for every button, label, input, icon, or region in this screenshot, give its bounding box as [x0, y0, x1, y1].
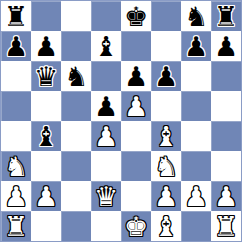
white-pawn-g2[interactable]: ♟: [184, 183, 208, 210]
square-d3[interactable]: [91, 151, 121, 181]
square-d2[interactable]: ♛: [91, 181, 121, 211]
square-b8[interactable]: [31, 1, 61, 31]
black-knight-g8[interactable]: ♞: [184, 3, 208, 30]
white-bishop-f1[interactable]: ♝: [154, 213, 178, 240]
black-pawn-g7[interactable]: ♟: [184, 33, 208, 60]
square-g2[interactable]: ♟: [181, 181, 211, 211]
black-pawn-d5[interactable]: ♟: [94, 93, 118, 120]
square-h2[interactable]: ♟: [211, 181, 241, 211]
square-e8[interactable]: ♚: [121, 1, 151, 31]
black-bishop-b4[interactable]: ♝: [34, 123, 58, 150]
square-h8[interactable]: ♜: [211, 1, 241, 31]
square-c2[interactable]: [61, 181, 91, 211]
square-f8[interactable]: [151, 1, 181, 31]
square-a6[interactable]: [1, 61, 31, 91]
square-b2[interactable]: ♟: [31, 181, 61, 211]
square-g7[interactable]: ♟: [181, 31, 211, 61]
square-f1[interactable]: ♝: [151, 211, 181, 241]
square-c4[interactable]: [61, 121, 91, 151]
square-e7[interactable]: [121, 31, 151, 61]
black-pawn-h7[interactable]: ♟: [214, 33, 238, 60]
square-c3[interactable]: [61, 151, 91, 181]
chess-board: ♜♚♞♜♟♟♝♟♟♛♞♟♟♟♟♝♟♝♞♞♟♟♛♟♟♟♜♚♝♜: [0, 0, 242, 242]
square-a7[interactable]: ♟: [1, 31, 31, 61]
square-f3[interactable]: ♞: [151, 151, 181, 181]
black-pawn-b7[interactable]: ♟: [34, 33, 58, 60]
square-a4[interactable]: [1, 121, 31, 151]
square-g1[interactable]: [181, 211, 211, 241]
square-d1[interactable]: [91, 211, 121, 241]
black-pawn-f6[interactable]: ♟: [154, 63, 178, 90]
square-e4[interactable]: [121, 121, 151, 151]
square-h4[interactable]: [211, 121, 241, 151]
square-h7[interactable]: ♟: [211, 31, 241, 61]
square-d4[interactable]: ♟: [91, 121, 121, 151]
black-king-e8[interactable]: ♚: [124, 3, 148, 30]
black-pawn-e6[interactable]: ♟: [124, 63, 148, 90]
square-a2[interactable]: ♟: [1, 181, 31, 211]
square-a3[interactable]: ♞: [1, 151, 31, 181]
square-b5[interactable]: [31, 91, 61, 121]
white-knight-a3[interactable]: ♞: [4, 153, 28, 180]
white-rook-h1[interactable]: ♜: [214, 213, 238, 240]
white-king-e1[interactable]: ♚: [124, 213, 148, 240]
square-h5[interactable]: [211, 91, 241, 121]
square-a5[interactable]: [1, 91, 31, 121]
square-h6[interactable]: [211, 61, 241, 91]
square-g8[interactable]: ♞: [181, 1, 211, 31]
square-e1[interactable]: ♚: [121, 211, 151, 241]
square-b4[interactable]: ♝: [31, 121, 61, 151]
black-knight-c6[interactable]: ♞: [64, 63, 88, 90]
white-pawn-d4[interactable]: ♟: [94, 123, 118, 150]
black-rook-h8[interactable]: ♜: [214, 3, 238, 30]
square-d7[interactable]: ♝: [91, 31, 121, 61]
black-queen-b6[interactable]: ♛: [34, 63, 58, 90]
square-e3[interactable]: [121, 151, 151, 181]
square-c6[interactable]: ♞: [61, 61, 91, 91]
square-f5[interactable]: [151, 91, 181, 121]
black-rook-a8[interactable]: ♜: [4, 3, 28, 30]
square-d6[interactable]: [91, 61, 121, 91]
square-c7[interactable]: [61, 31, 91, 61]
square-d5[interactable]: ♟: [91, 91, 121, 121]
square-e5[interactable]: ♟: [121, 91, 151, 121]
white-queen-d2[interactable]: ♛: [94, 183, 118, 210]
square-a8[interactable]: ♜: [1, 1, 31, 31]
square-f7[interactable]: [151, 31, 181, 61]
square-g6[interactable]: [181, 61, 211, 91]
square-f2[interactable]: ♟: [151, 181, 181, 211]
white-pawn-e5[interactable]: ♟: [124, 93, 148, 120]
square-f6[interactable]: ♟: [151, 61, 181, 91]
square-h3[interactable]: [211, 151, 241, 181]
square-g5[interactable]: [181, 91, 211, 121]
square-c8[interactable]: [61, 1, 91, 31]
white-bishop-f4[interactable]: ♝: [154, 123, 178, 150]
square-b1[interactable]: [31, 211, 61, 241]
square-e2[interactable]: [121, 181, 151, 211]
white-pawn-b2[interactable]: ♟: [34, 183, 58, 210]
white-knight-f3[interactable]: ♞: [154, 153, 178, 180]
square-c1[interactable]: [61, 211, 91, 241]
square-d8[interactable]: [91, 1, 121, 31]
square-g3[interactable]: [181, 151, 211, 181]
white-rook-a1[interactable]: ♜: [4, 213, 28, 240]
square-b7[interactable]: ♟: [31, 31, 61, 61]
square-g4[interactable]: [181, 121, 211, 151]
square-f4[interactable]: ♝: [151, 121, 181, 151]
black-pawn-a7[interactable]: ♟: [4, 33, 28, 60]
square-b3[interactable]: [31, 151, 61, 181]
square-c5[interactable]: [61, 91, 91, 121]
black-bishop-d7[interactable]: ♝: [94, 33, 118, 60]
square-b6[interactable]: ♛: [31, 61, 61, 91]
white-pawn-h2[interactable]: ♟: [214, 183, 238, 210]
square-h1[interactable]: ♜: [211, 211, 241, 241]
white-pawn-f2[interactable]: ♟: [154, 183, 178, 210]
white-pawn-a2[interactable]: ♟: [4, 183, 28, 210]
square-a1[interactable]: ♜: [1, 211, 31, 241]
square-e6[interactable]: ♟: [121, 61, 151, 91]
